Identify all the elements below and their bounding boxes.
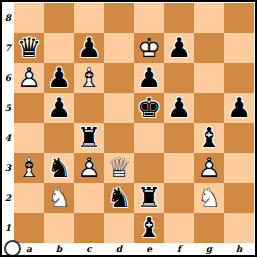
piece-outline: ♕ <box>104 153 134 183</box>
black-knight-piece[interactable]: ♞ <box>104 183 134 213</box>
file-label-b: b <box>44 243 74 257</box>
square-h2[interactable] <box>224 183 254 213</box>
white-pawn-piece[interactable]: ♟♙ <box>74 153 104 183</box>
square-b5[interactable]: ♟ <box>44 93 74 123</box>
square-f2[interactable] <box>164 183 194 213</box>
black-pawn-piece[interactable]: ♟ <box>224 93 254 123</box>
black-pawn-piece[interactable]: ♟ <box>44 63 74 93</box>
square-c6[interactable]: ♝♗ <box>74 63 104 93</box>
square-e5[interactable]: ♚ <box>134 93 164 123</box>
square-g2[interactable]: ♞♘ <box>194 183 224 213</box>
white-knight-piece[interactable]: ♞♘ <box>44 183 74 213</box>
square-f7[interactable]: ♟ <box>164 33 194 63</box>
black-queen-piece[interactable]: ♛ <box>14 33 44 63</box>
white-bishop-piece[interactable]: ♝♗ <box>74 63 104 93</box>
square-a6[interactable]: ♟♙ <box>14 63 44 93</box>
file-label-f: f <box>164 243 194 257</box>
square-g6[interactable] <box>194 63 224 93</box>
white-pawn-piece[interactable]: ♟♙ <box>194 153 224 183</box>
black-rook-piece[interactable]: ♜ <box>134 183 164 213</box>
square-e1[interactable]: ♝ <box>134 213 164 243</box>
black-rook-piece[interactable]: ♜ <box>74 123 104 153</box>
square-h7[interactable] <box>224 33 254 63</box>
piece-outline: ♘ <box>44 183 74 213</box>
piece-outline: ♗ <box>14 153 44 183</box>
square-c4[interactable]: ♜ <box>74 123 104 153</box>
chess-board: ♛♟♚♔♟♟♙♟♝♗♟♟♚♟♟♜♝♝♗♞♟♙♛♕♟♙♞♘♞♜♞♘♝ <box>14 3 254 243</box>
rank-label-3: 3 <box>2 153 14 183</box>
square-h3[interactable] <box>224 153 254 183</box>
white-pawn-piece[interactable]: ♟♙ <box>14 63 44 93</box>
black-pawn-piece[interactable]: ♟ <box>164 93 194 123</box>
square-c2[interactable] <box>74 183 104 213</box>
file-label-c: c <box>74 243 104 257</box>
square-e2[interactable]: ♜ <box>134 183 164 213</box>
square-h6[interactable] <box>224 63 254 93</box>
square-b2[interactable]: ♞♘ <box>44 183 74 213</box>
square-c1[interactable] <box>74 213 104 243</box>
square-f3[interactable] <box>164 153 194 183</box>
square-c3[interactable]: ♟♙ <box>74 153 104 183</box>
piece-outline: ♙ <box>14 63 44 93</box>
square-a3[interactable]: ♝♗ <box>14 153 44 183</box>
white-king-piece[interactable]: ♚♔ <box>134 33 164 63</box>
piece-outline: ♙ <box>74 153 104 183</box>
square-g5[interactable] <box>194 93 224 123</box>
piece-outline: ♔ <box>134 33 164 63</box>
square-h1[interactable] <box>224 213 254 243</box>
square-b1[interactable] <box>44 213 74 243</box>
piece-outline: ♗ <box>74 63 104 93</box>
black-pawn-piece[interactable]: ♟ <box>164 33 194 63</box>
square-b3[interactable]: ♞ <box>44 153 74 183</box>
square-e8[interactable] <box>134 3 164 33</box>
rank-label-8: 8 <box>2 3 14 33</box>
white-queen-piece[interactable]: ♛♕ <box>104 153 134 183</box>
square-a2[interactable] <box>14 183 44 213</box>
square-b8[interactable] <box>44 3 74 33</box>
square-g3[interactable]: ♟♙ <box>194 153 224 183</box>
black-pawn-piece[interactable]: ♟ <box>134 63 164 93</box>
square-d2[interactable]: ♞ <box>104 183 134 213</box>
square-h4[interactable] <box>224 123 254 153</box>
file-label-h: h <box>224 243 254 257</box>
square-d8[interactable] <box>104 3 134 33</box>
file-label-g: g <box>194 243 224 257</box>
white-bishop-piece[interactable]: ♝♗ <box>14 153 44 183</box>
square-f6[interactable] <box>164 63 194 93</box>
square-f5[interactable]: ♟ <box>164 93 194 123</box>
rank-label-6: 6 <box>2 63 14 93</box>
square-h5[interactable]: ♟ <box>224 93 254 123</box>
square-h8[interactable] <box>224 3 254 33</box>
rank-label-7: 7 <box>2 33 14 63</box>
square-a7[interactable]: ♛ <box>14 33 44 63</box>
rank-label-4: 4 <box>2 123 14 153</box>
file-label-d: d <box>104 243 134 257</box>
black-pawn-piece[interactable]: ♟ <box>74 33 104 63</box>
piece-outline: ♙ <box>194 153 224 183</box>
black-pawn-piece[interactable]: ♟ <box>44 93 74 123</box>
square-c5[interactable] <box>74 93 104 123</box>
square-d4[interactable] <box>104 123 134 153</box>
square-e3[interactable] <box>134 153 164 183</box>
square-g7[interactable] <box>194 33 224 63</box>
rank-label-2: 2 <box>2 183 14 213</box>
square-a4[interactable] <box>14 123 44 153</box>
square-d1[interactable] <box>104 213 134 243</box>
square-d7[interactable] <box>104 33 134 63</box>
square-f8[interactable] <box>164 3 194 33</box>
square-e4[interactable] <box>134 123 164 153</box>
black-bishop-piece[interactable]: ♝ <box>134 213 164 243</box>
square-b7[interactable] <box>44 33 74 63</box>
rank-label-1: 1 <box>2 213 14 243</box>
square-c7[interactable]: ♟ <box>74 33 104 63</box>
file-labels: abcdefgh <box>14 243 254 257</box>
square-e7[interactable]: ♚♔ <box>134 33 164 63</box>
square-e6[interactable]: ♟ <box>134 63 164 93</box>
square-f1[interactable] <box>164 213 194 243</box>
square-b6[interactable]: ♟ <box>44 63 74 93</box>
square-d5[interactable] <box>104 93 134 123</box>
square-g4[interactable]: ♝ <box>194 123 224 153</box>
square-a1[interactable] <box>14 213 44 243</box>
square-d6[interactable] <box>104 63 134 93</box>
black-king-piece[interactable]: ♚ <box>134 93 164 123</box>
rank-labels: 87654321 <box>2 3 14 243</box>
black-bishop-piece[interactable]: ♝ <box>194 123 224 153</box>
rank-label-5: 5 <box>2 93 14 123</box>
square-a5[interactable] <box>14 93 44 123</box>
square-a8[interactable] <box>14 3 44 33</box>
chess-diagram: { "game": "chess", "position": { "fen": … <box>0 0 257 257</box>
square-b4[interactable] <box>44 123 74 153</box>
square-g8[interactable] <box>194 3 224 33</box>
square-c8[interactable] <box>74 3 104 33</box>
black-knight-piece[interactable]: ♞ <box>44 153 74 183</box>
piece-outline: ♘ <box>194 183 224 213</box>
square-f4[interactable] <box>164 123 194 153</box>
white-to-move-icon <box>4 240 21 257</box>
file-label-e: e <box>134 243 164 257</box>
white-knight-piece[interactable]: ♞♘ <box>194 183 224 213</box>
square-d3[interactable]: ♛♕ <box>104 153 134 183</box>
square-g1[interactable] <box>194 213 224 243</box>
